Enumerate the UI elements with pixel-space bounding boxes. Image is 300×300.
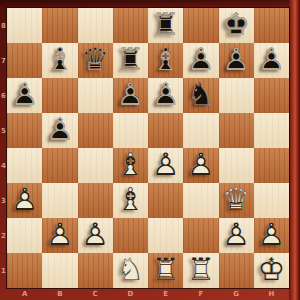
black-pawn-e6[interactable]: ♟♙ [148, 78, 183, 113]
square-g7[interactable]: ♟♙ [219, 43, 254, 78]
square-d6[interactable]: ♟♙ [113, 78, 148, 113]
square-c4[interactable] [78, 148, 113, 183]
file-label-e: E [148, 289, 183, 300]
square-d4[interactable]: ♝♗ [113, 148, 148, 183]
rank-label-1: 1 [0, 253, 7, 288]
white-rook-e1[interactable]: ♜♖ [148, 253, 183, 288]
rank-label-4: 4 [0, 148, 7, 183]
rank-label-8: 8 [0, 8, 7, 43]
square-e1[interactable]: ♜♖ [148, 253, 183, 288]
square-g2[interactable]: ♟♙ [219, 218, 254, 253]
black-bishop-b7[interactable]: ♝♗ [42, 43, 77, 78]
square-g6[interactable] [219, 78, 254, 113]
square-h3[interactable] [254, 183, 289, 218]
square-e8[interactable]: ♜♖ [148, 8, 183, 43]
square-f8[interactable] [183, 8, 218, 43]
file-label-g: G [219, 289, 254, 300]
square-a7[interactable] [7, 43, 42, 78]
square-e7[interactable]: ♝♗ [148, 43, 183, 78]
white-bishop-d4[interactable]: ♝♗ [113, 148, 148, 183]
square-e6[interactable]: ♟♙ [148, 78, 183, 113]
black-pawn-a6[interactable]: ♟♙ [7, 78, 42, 113]
square-d5[interactable] [113, 113, 148, 148]
square-b3[interactable] [42, 183, 77, 218]
square-d7[interactable]: ♜♖ [113, 43, 148, 78]
square-a2[interactable] [7, 218, 42, 253]
square-a5[interactable] [7, 113, 42, 148]
file-label-b: B [42, 289, 77, 300]
square-f7[interactable]: ♟♙ [183, 43, 218, 78]
square-a4[interactable] [7, 148, 42, 183]
white-pawn-f4[interactable]: ♟♙ [183, 148, 218, 183]
black-pawn-g7[interactable]: ♟♙ [219, 43, 254, 78]
white-pawn-c2[interactable]: ♟♙ [78, 218, 113, 253]
square-h7[interactable]: ♟♙ [254, 43, 289, 78]
white-rook-f1[interactable]: ♜♖ [183, 253, 218, 288]
square-e4[interactable]: ♟♙ [148, 148, 183, 183]
square-f2[interactable] [183, 218, 218, 253]
square-h6[interactable] [254, 78, 289, 113]
white-knight-d1[interactable]: ♞♘ [113, 253, 148, 288]
square-c2[interactable]: ♟♙ [78, 218, 113, 253]
square-f3[interactable] [183, 183, 218, 218]
square-g3[interactable]: ♛♕ [219, 183, 254, 218]
square-a6[interactable]: ♟♙ [7, 78, 42, 113]
white-pawn-a3[interactable]: ♟♙ [7, 183, 42, 218]
file-label-c: C [78, 289, 113, 300]
square-c5[interactable] [78, 113, 113, 148]
square-g8[interactable]: ♚♔ [219, 8, 254, 43]
square-c6[interactable] [78, 78, 113, 113]
white-pawn-g2[interactable]: ♟♙ [219, 218, 254, 253]
square-e2[interactable] [148, 218, 183, 253]
white-pawn-e4[interactable]: ♟♙ [148, 148, 183, 183]
square-g1[interactable] [219, 253, 254, 288]
white-king-h1[interactable]: ♚♔ [254, 253, 289, 288]
white-queen-g3[interactable]: ♛♕ [219, 183, 254, 218]
square-f1[interactable]: ♜♖ [183, 253, 218, 288]
square-b5[interactable]: ♟♙ [42, 113, 77, 148]
square-h2[interactable]: ♟♙ [254, 218, 289, 253]
square-c1[interactable] [78, 253, 113, 288]
square-h1[interactable]: ♚♔ [254, 253, 289, 288]
black-pawn-h7[interactable]: ♟♙ [254, 43, 289, 78]
square-b2[interactable]: ♟♙ [42, 218, 77, 253]
square-f6[interactable]: ♞♘ [183, 78, 218, 113]
square-d2[interactable] [113, 218, 148, 253]
black-rook-e8[interactable]: ♜♖ [148, 8, 183, 43]
rank-label-7: 7 [0, 43, 7, 78]
square-d3[interactable]: ♝♗ [113, 183, 148, 218]
white-pawn-b2[interactable]: ♟♙ [42, 218, 77, 253]
square-e3[interactable] [148, 183, 183, 218]
file-label-a: A [7, 289, 42, 300]
black-bishop-e7[interactable]: ♝♗ [148, 43, 183, 78]
square-c7[interactable]: ♛♕ [78, 43, 113, 78]
square-d8[interactable] [113, 8, 148, 43]
black-queen-c7[interactable]: ♛♕ [78, 43, 113, 78]
black-pawn-d6[interactable]: ♟♙ [113, 78, 148, 113]
square-g5[interactable] [219, 113, 254, 148]
black-pawn-f7[interactable]: ♟♙ [183, 43, 218, 78]
square-e5[interactable] [148, 113, 183, 148]
rank-label-2: 2 [0, 218, 7, 253]
chess-diagram: ♜♖♚♔♝♗♛♕♜♖♝♗♟♙♟♙♟♙♟♙♟♙♟♙♞♘♟♙♝♗♟♙♟♙♟♙♝♗♛♕… [0, 0, 300, 300]
file-label-d: D [113, 289, 148, 300]
square-b1[interactable] [42, 253, 77, 288]
square-h4[interactable] [254, 148, 289, 183]
chess-board: ♜♖♚♔♝♗♛♕♜♖♝♗♟♙♟♙♟♙♟♙♟♙♟♙♞♘♟♙♝♗♟♙♟♙♟♙♝♗♛♕… [7, 8, 289, 288]
black-rook-d7[interactable]: ♜♖ [113, 43, 148, 78]
square-a3[interactable]: ♟♙ [7, 183, 42, 218]
square-a1[interactable] [7, 253, 42, 288]
square-c8[interactable] [78, 8, 113, 43]
square-b6[interactable] [42, 78, 77, 113]
square-h5[interactable] [254, 113, 289, 148]
square-c3[interactable] [78, 183, 113, 218]
square-h8[interactable] [254, 8, 289, 43]
rank-label-3: 3 [0, 183, 7, 218]
square-b7[interactable]: ♝♗ [42, 43, 77, 78]
white-pawn-h2[interactable]: ♟♙ [254, 218, 289, 253]
black-pawn-b5[interactable]: ♟♙ [42, 113, 77, 148]
black-knight-f6[interactable]: ♞♘ [183, 78, 218, 113]
square-a8[interactable] [7, 8, 42, 43]
square-d1[interactable]: ♞♘ [113, 253, 148, 288]
black-king-g8[interactable]: ♚♔ [219, 8, 254, 43]
square-b4[interactable] [42, 148, 77, 183]
rank-label-5: 5 [0, 113, 7, 148]
square-f4[interactable]: ♟♙ [183, 148, 218, 183]
file-label-f: F [183, 289, 218, 300]
square-b8[interactable] [42, 8, 77, 43]
rank-label-6: 6 [0, 78, 7, 113]
file-label-h: H [254, 289, 289, 300]
square-f5[interactable] [183, 113, 218, 148]
white-bishop-d3[interactable]: ♝♗ [113, 183, 148, 218]
square-g4[interactable] [219, 148, 254, 183]
